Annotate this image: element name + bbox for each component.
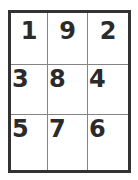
cell-r3c2[interactable]: 7 — [48, 115, 88, 170]
cell-r2c3[interactable]: 4 — [88, 65, 128, 115]
cell-r1c1[interactable]: 1 — [11, 13, 48, 65]
cell-r2c2[interactable]: 8 — [48, 65, 88, 115]
puzzle-board: 1 9 2 3 8 4 5 7 6 — [8, 10, 131, 173]
cell-r3c1[interactable]: 5 — [11, 115, 48, 170]
cell-r3c3[interactable]: 6 — [88, 115, 128, 170]
cell-r1c2[interactable]: 9 — [48, 13, 88, 65]
puzzle-stage: 1 9 2 3 8 4 5 7 6 — [0, 0, 138, 180]
cell-r1c3[interactable]: 2 — [88, 13, 128, 65]
cell-r2c1[interactable]: 3 — [11, 65, 48, 115]
